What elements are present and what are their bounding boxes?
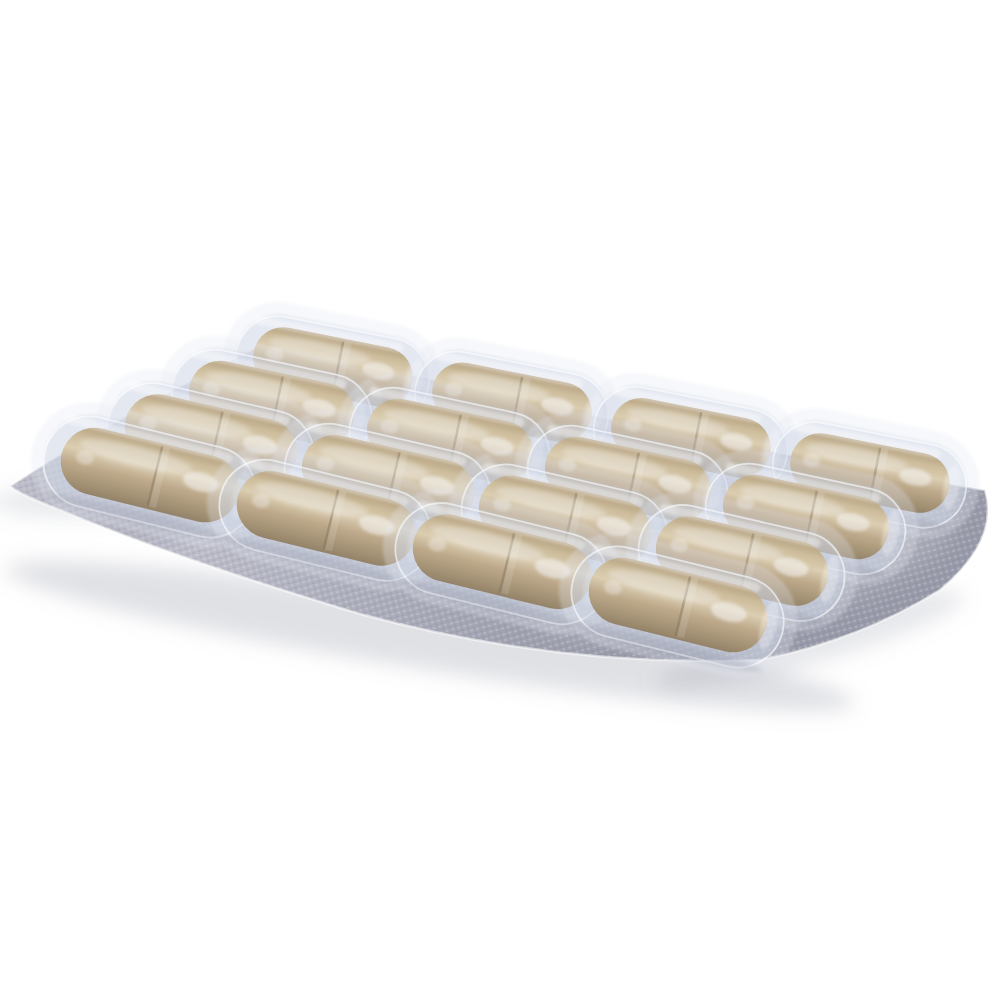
photo-canvas [0, 0, 1000, 1000]
blister-pack-product-photo [0, 0, 1000, 1000]
